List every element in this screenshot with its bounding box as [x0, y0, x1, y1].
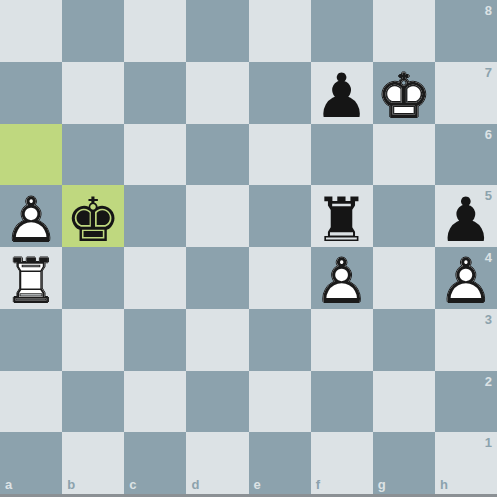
square-b6[interactable]	[62, 124, 124, 186]
square-h6[interactable]: 6	[435, 124, 497, 186]
square-a1[interactable]: a	[0, 432, 62, 494]
white-rook-outline-glyph: ♖	[4, 250, 59, 311]
rank-label-6: 6	[485, 128, 492, 141]
square-b5[interactable]: ♚	[62, 185, 124, 247]
square-e6[interactable]	[249, 124, 311, 186]
square-a6[interactable]	[0, 124, 62, 186]
white-pawn-outline-glyph: ♙	[4, 189, 59, 250]
rank-label-5: 5	[485, 189, 492, 202]
square-e3[interactable]	[249, 309, 311, 371]
square-h3[interactable]: 3	[435, 309, 497, 371]
square-g8[interactable]	[373, 0, 435, 62]
square-a5[interactable]: ♟♙	[0, 185, 62, 247]
file-label-c: c	[129, 478, 136, 491]
square-a2[interactable]	[0, 371, 62, 433]
rank-label-4: 4	[485, 251, 492, 264]
square-b8[interactable]	[62, 0, 124, 62]
square-g5[interactable]	[373, 185, 435, 247]
square-c1[interactable]: c	[124, 432, 186, 494]
chess-board-container: 8♟♚♔76♟♙♚♜♟5♜♖♟♙♟♙432abcdefg1h	[0, 0, 497, 497]
square-g2[interactable]	[373, 371, 435, 433]
square-b4[interactable]	[62, 247, 124, 309]
black-rook[interactable]: ♜	[311, 188, 373, 250]
square-f1[interactable]: f	[311, 432, 373, 494]
square-f7[interactable]: ♟	[311, 62, 373, 124]
square-c5[interactable]	[124, 185, 186, 247]
square-d6[interactable]	[186, 124, 248, 186]
square-a8[interactable]	[0, 0, 62, 62]
square-a3[interactable]	[0, 309, 62, 371]
file-label-b: b	[67, 478, 75, 491]
square-f6[interactable]	[311, 124, 373, 186]
square-d2[interactable]	[186, 371, 248, 433]
file-label-d: d	[191, 478, 199, 491]
file-label-e: e	[254, 478, 261, 491]
rank-label-7: 7	[485, 66, 492, 79]
square-c2[interactable]	[124, 371, 186, 433]
white-pawn[interactable]: ♟♙	[0, 188, 62, 250]
square-g4[interactable]	[373, 247, 435, 309]
black-pawn[interactable]: ♟	[311, 65, 373, 127]
square-g1[interactable]: g	[373, 432, 435, 494]
square-b1[interactable]: b	[62, 432, 124, 494]
square-h1[interactable]: 1h	[435, 432, 497, 494]
square-g6[interactable]	[373, 124, 435, 186]
black-pawn-glyph: ♟	[314, 65, 369, 126]
square-c6[interactable]	[124, 124, 186, 186]
square-e7[interactable]	[249, 62, 311, 124]
square-h7[interactable]: 7	[435, 62, 497, 124]
white-king-outline-glyph: ♔	[376, 65, 431, 126]
square-b7[interactable]	[62, 62, 124, 124]
square-c8[interactable]	[124, 0, 186, 62]
square-e1[interactable]: e	[249, 432, 311, 494]
white-rook[interactable]: ♜♖	[0, 250, 62, 312]
square-f5[interactable]: ♜	[311, 185, 373, 247]
square-a7[interactable]	[0, 62, 62, 124]
square-g3[interactable]	[373, 309, 435, 371]
square-g7[interactable]: ♚♔	[373, 62, 435, 124]
square-a4[interactable]: ♜♖	[0, 247, 62, 309]
square-f2[interactable]	[311, 371, 373, 433]
square-c7[interactable]	[124, 62, 186, 124]
rank-label-2: 2	[485, 375, 492, 388]
square-b2[interactable]	[62, 371, 124, 433]
file-label-h: h	[440, 478, 448, 491]
square-d1[interactable]: d	[186, 432, 248, 494]
white-king[interactable]: ♚♔	[373, 65, 435, 127]
square-h4[interactable]: ♟♙4	[435, 247, 497, 309]
square-d3[interactable]	[186, 309, 248, 371]
square-f8[interactable]	[311, 0, 373, 62]
file-label-g: g	[378, 478, 386, 491]
square-e8[interactable]	[249, 0, 311, 62]
square-h2[interactable]: 2	[435, 371, 497, 433]
square-f3[interactable]	[311, 309, 373, 371]
square-h5[interactable]: ♟5	[435, 185, 497, 247]
square-e2[interactable]	[249, 371, 311, 433]
rank-label-1: 1	[485, 436, 492, 449]
white-pawn-outline-glyph: ♙	[314, 250, 369, 311]
square-h8[interactable]: 8	[435, 0, 497, 62]
square-c3[interactable]	[124, 309, 186, 371]
rank-label-3: 3	[485, 313, 492, 326]
square-f4[interactable]: ♟♙	[311, 247, 373, 309]
white-pawn[interactable]: ♟♙	[311, 250, 373, 312]
square-d4[interactable]	[186, 247, 248, 309]
file-label-a: a	[5, 478, 12, 491]
square-e5[interactable]	[249, 185, 311, 247]
square-e4[interactable]	[249, 247, 311, 309]
black-king[interactable]: ♚	[62, 188, 124, 250]
square-d8[interactable]	[186, 0, 248, 62]
file-label-f: f	[316, 478, 320, 491]
square-d7[interactable]	[186, 62, 248, 124]
square-d5[interactable]	[186, 185, 248, 247]
square-b3[interactable]	[62, 309, 124, 371]
rank-label-8: 8	[485, 4, 492, 17]
chess-board: 8♟♚♔76♟♙♚♜♟5♜♖♟♙♟♙432abcdefg1h	[0, 0, 497, 497]
black-rook-glyph: ♜	[314, 189, 369, 250]
black-king-glyph: ♚	[66, 189, 121, 250]
square-c4[interactable]	[124, 247, 186, 309]
